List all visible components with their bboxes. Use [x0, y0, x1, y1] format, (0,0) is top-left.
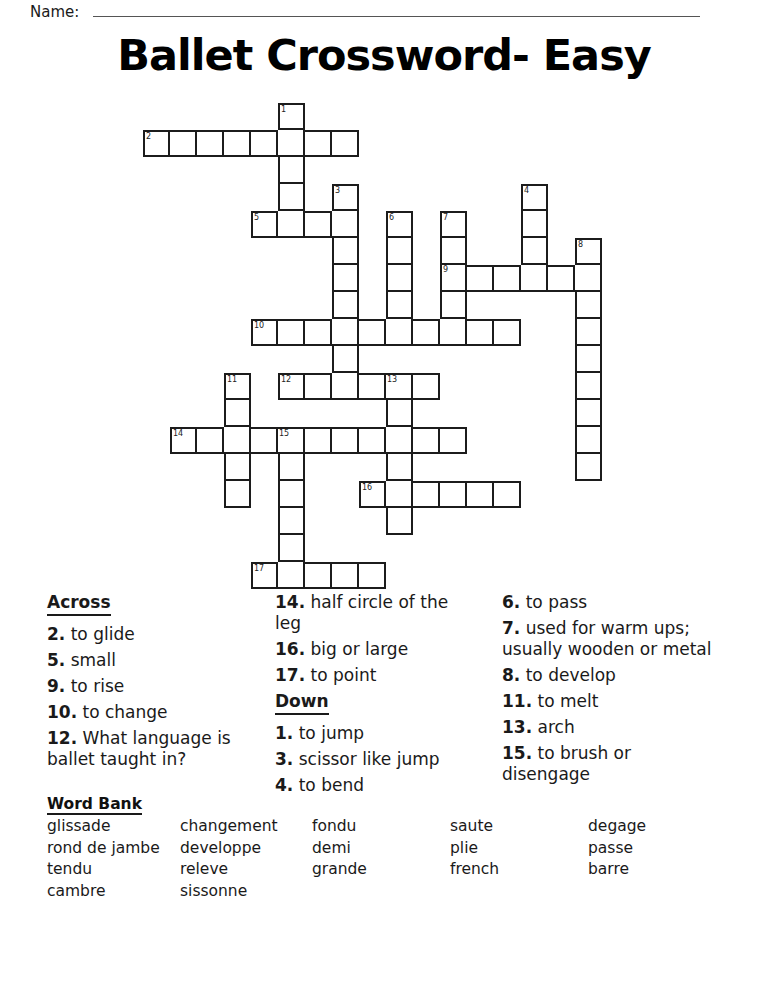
clue-text: to bend	[293, 775, 364, 795]
across-header: Across	[47, 592, 111, 616]
clue-number: 11.	[502, 691, 532, 711]
cell-number: 3	[335, 186, 340, 195]
page-title: Ballet Crossword- Easy	[0, 30, 768, 80]
grid-cell[interactable]	[332, 265, 359, 292]
grid-cell[interactable]	[386, 238, 413, 265]
grid-cell[interactable]	[332, 292, 359, 319]
clue-text: big or large	[305, 639, 408, 659]
grid-cell[interactable]	[197, 427, 224, 454]
clue-column-right: 6. to pass7. used for warm ups; usually …	[502, 592, 750, 790]
grid-cell[interactable]	[575, 292, 602, 319]
clue-text: scissor like jump	[293, 749, 439, 769]
grid-cell[interactable]	[386, 454, 413, 481]
clue-number: 7.	[502, 618, 520, 638]
clue-number: 3.	[275, 749, 293, 769]
grid-cell[interactable]: 15	[278, 427, 305, 454]
clue-number: 8.	[502, 665, 520, 685]
grid-cell[interactable]	[494, 265, 521, 292]
clue-number: 6.	[502, 592, 520, 612]
name-input-line[interactable]	[93, 0, 700, 17]
grid-cell[interactable]	[332, 346, 359, 373]
grid-cell[interactable]	[386, 508, 413, 535]
grid-cell[interactable]	[305, 319, 332, 346]
cell-number: 16	[362, 483, 372, 492]
grid-cell[interactable]	[278, 157, 305, 184]
cell-number: 14	[173, 429, 183, 438]
grid-cell[interactable]	[359, 562, 386, 589]
word-bank-column: sautepliefrench	[450, 816, 499, 881]
grid-cell[interactable]	[224, 130, 251, 157]
cell-number: 13	[387, 375, 397, 384]
word-bank-column: fondudemigrande	[312, 816, 367, 881]
grid-cell[interactable]: 1	[278, 103, 305, 130]
clue-item: 2. to glide	[47, 624, 265, 645]
clue-item: 14. half circle of the leg	[275, 592, 497, 634]
grid-cell[interactable]	[575, 400, 602, 427]
grid-cell[interactable]	[278, 481, 305, 508]
grid-cell[interactable]: 13	[386, 373, 413, 400]
grid-cell[interactable]: 5	[251, 211, 278, 238]
word-bank-column: glissaderond de jambetenducambre	[47, 816, 160, 902]
word-bank-item: tendu	[47, 859, 160, 881]
cell-number: 8	[578, 240, 583, 249]
cell-number: 10	[254, 321, 264, 330]
word-bank-item: cambre	[47, 881, 160, 903]
word-bank-column: degagepassebarre	[588, 816, 646, 881]
grid-cell[interactable]	[278, 562, 305, 589]
grid-cell[interactable]: 14	[170, 427, 197, 454]
crossword-grid: 1234567891011121314151617	[143, 103, 602, 589]
clue-item: 1. to jump	[275, 723, 497, 744]
grid-cell[interactable]	[494, 319, 521, 346]
grid-cell[interactable]: 7	[440, 211, 467, 238]
cell-number: 9	[443, 265, 448, 274]
clue-number: 17.	[275, 665, 305, 685]
grid-cell[interactable]	[440, 292, 467, 319]
grid-cell[interactable]	[278, 130, 305, 157]
grid-cell[interactable]	[332, 238, 359, 265]
clue-item: 7. used for warm ups; usually wooden or …	[502, 618, 750, 660]
grid-cell[interactable]	[278, 535, 305, 562]
grid-cell[interactable]: 16	[359, 481, 386, 508]
grid-cell[interactable]: 4	[521, 184, 548, 211]
grid-cell[interactable]	[332, 211, 359, 238]
grid-cell[interactable]	[359, 427, 386, 454]
cell-number: 5	[254, 213, 259, 222]
clue-number: 10.	[47, 702, 77, 722]
grid-cell[interactable]	[332, 562, 359, 589]
grid-cell[interactable]	[278, 508, 305, 535]
grid-cell[interactable]	[278, 211, 305, 238]
clue-text: to glide	[65, 624, 134, 644]
word-bank-header: Word Bank	[47, 795, 142, 815]
grid-cell[interactable]	[278, 184, 305, 211]
grid-cell[interactable]	[386, 427, 413, 454]
clue-number: 16.	[275, 639, 305, 659]
clue-text: to develop	[520, 665, 616, 685]
grid-cell[interactable]	[575, 373, 602, 400]
grid-cell[interactable]	[440, 481, 467, 508]
grid-cell[interactable]	[575, 454, 602, 481]
grid-cell[interactable]	[386, 292, 413, 319]
grid-cell[interactable]	[386, 400, 413, 427]
cell-number: 1	[281, 105, 286, 114]
clue-text: small	[65, 650, 116, 670]
cell-number: 15	[279, 429, 289, 438]
grid-cell[interactable]	[278, 454, 305, 481]
grid-cell[interactable]	[197, 130, 224, 157]
grid-cell[interactable]: 6	[386, 211, 413, 238]
grid-cell[interactable]	[467, 319, 494, 346]
grid-cell[interactable]: 12	[278, 373, 305, 400]
clue-text: to jump	[293, 723, 364, 743]
down-header: Down	[275, 691, 329, 715]
clue-item: 10. to change	[47, 702, 265, 723]
clue-number: 12.	[47, 728, 77, 748]
grid-cell[interactable]	[440, 238, 467, 265]
grid-cell[interactable]	[305, 373, 332, 400]
word-bank-column: changementdevelopperelevesissonne	[180, 816, 278, 902]
clue-number: 5.	[47, 650, 65, 670]
clue-column-left: Across2. to glide5. small9. to rise10. t…	[47, 592, 265, 775]
grid-cell[interactable]: 11	[224, 373, 251, 400]
grid-cell[interactable]	[278, 319, 305, 346]
grid-cell[interactable]	[224, 400, 251, 427]
clue-number: 15.	[502, 743, 532, 763]
word-bank-item: fondu	[312, 816, 367, 838]
grid-cell[interactable]	[548, 265, 575, 292]
clue-item: 3. scissor like jump	[275, 749, 497, 770]
cell-number: 2	[146, 132, 151, 141]
grid-cell[interactable]: 10	[251, 319, 278, 346]
grid-cell[interactable]	[440, 427, 467, 454]
word-bank-item: developpe	[180, 838, 278, 860]
clue-column-middle: 14. half circle of the leg16. big or lar…	[275, 592, 497, 801]
clue-item: 15. to brush or disengage	[502, 743, 750, 785]
clue-text: to change	[77, 702, 167, 722]
grid-cell[interactable]	[305, 130, 332, 157]
grid-cell[interactable]	[251, 427, 278, 454]
grid-cell[interactable]	[413, 427, 440, 454]
word-bank-item: demi	[312, 838, 367, 860]
grid-cell[interactable]	[413, 481, 440, 508]
clue-number: 2.	[47, 624, 65, 644]
word-bank-item: sissonne	[180, 881, 278, 903]
grid-cell[interactable]: 3	[332, 184, 359, 211]
grid-cell[interactable]	[467, 481, 494, 508]
word-bank-item: passe	[588, 838, 646, 860]
grid-cell[interactable]	[575, 427, 602, 454]
word-bank-item: barre	[588, 859, 646, 881]
clue-number: 13.	[502, 717, 532, 737]
grid-cell[interactable]	[386, 319, 413, 346]
clue-text: to rise	[65, 676, 124, 696]
name-label: Name:	[30, 3, 79, 21]
grid-cell[interactable]	[332, 373, 359, 400]
grid-cell[interactable]	[305, 562, 332, 589]
grid-cell[interactable]	[359, 319, 386, 346]
cell-number: 7	[443, 213, 448, 222]
clue-item: 4. to bend	[275, 775, 497, 796]
clue-text: used for warm ups; usually wooden or met…	[502, 618, 712, 659]
grid-cell[interactable]	[170, 130, 197, 157]
clue-item: 9. to rise	[47, 676, 265, 697]
cell-number: 12	[281, 375, 291, 384]
clue-item: 6. to pass	[502, 592, 750, 613]
grid-cell[interactable]	[224, 481, 251, 508]
grid-cell[interactable]	[467, 265, 494, 292]
grid-cell[interactable]: 9	[440, 265, 467, 292]
word-bank-item: french	[450, 859, 499, 881]
grid-cell[interactable]	[386, 481, 413, 508]
cell-number: 6	[389, 213, 394, 222]
clue-item: 17. to point	[275, 665, 497, 686]
grid-cell[interactable]	[224, 427, 251, 454]
clue-number: 1.	[275, 723, 293, 743]
word-bank-item: degage	[588, 816, 646, 838]
grid-cell[interactable]	[332, 427, 359, 454]
grid-cell[interactable]	[224, 454, 251, 481]
grid-cell[interactable]	[440, 319, 467, 346]
clue-number: 9.	[47, 676, 65, 696]
grid-cell[interactable]	[332, 130, 359, 157]
cell-number: 17	[254, 564, 264, 573]
clue-text: to pass	[520, 592, 587, 612]
word-bank-item: glissade	[47, 816, 160, 838]
grid-cell[interactable]	[521, 211, 548, 238]
grid-cell[interactable]: 17	[251, 562, 278, 589]
grid-cell[interactable]	[386, 265, 413, 292]
grid-cell[interactable]	[359, 373, 386, 400]
grid-cell[interactable]	[305, 211, 332, 238]
clue-text: to point	[305, 665, 376, 685]
word-bank-item: saute	[450, 816, 499, 838]
clue-item: 5. small	[47, 650, 265, 671]
word-bank-section: Word Bank	[47, 794, 142, 815]
grid-cell[interactable]	[494, 481, 521, 508]
clue-item: 12. What language is ballet taught in?	[47, 728, 265, 770]
clue-number: 4.	[275, 775, 293, 795]
grid-cell[interactable]	[521, 265, 548, 292]
clue-item: 13. arch	[502, 717, 750, 738]
word-bank-item: plie	[450, 838, 499, 860]
grid-cell[interactable]	[575, 346, 602, 373]
clue-item: 11. to melt	[502, 691, 750, 712]
grid-cell[interactable]: 8	[575, 238, 602, 265]
clue-number: 14.	[275, 592, 305, 612]
grid-cell[interactable]	[575, 265, 602, 292]
clue-item: 16. big or large	[275, 639, 497, 660]
grid-cell[interactable]	[521, 238, 548, 265]
cell-number: 4	[524, 186, 529, 195]
grid-cell[interactable]: 2	[143, 130, 170, 157]
grid-cell[interactable]	[251, 130, 278, 157]
grid-cell[interactable]	[575, 319, 602, 346]
clue-item: 8. to develop	[502, 665, 750, 686]
clue-text: to melt	[532, 691, 598, 711]
word-bank-item: rond de jambe	[47, 838, 160, 860]
cell-number: 11	[227, 375, 237, 384]
word-bank-item: changement	[180, 816, 278, 838]
grid-cell[interactable]	[413, 373, 440, 400]
clue-text: arch	[532, 717, 575, 737]
word-bank-item: grande	[312, 859, 367, 881]
grid-cell[interactable]	[332, 319, 359, 346]
grid-cell[interactable]	[413, 319, 440, 346]
word-bank-item: releve	[180, 859, 278, 881]
grid-cell[interactable]	[305, 427, 332, 454]
